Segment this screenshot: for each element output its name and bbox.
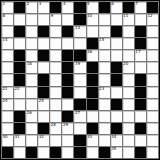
black-cell-r1c13 [147,2,158,13]
clue-number: 15 [99,38,104,42]
cell-r13c10[interactable]: 35 [111,147,122,158]
cell-r8c5[interactable] [50,87,61,98]
clue-number: 19 [75,62,80,66]
black-cell-r5c7 [74,50,85,61]
black-cell-r1c11 [123,2,134,13]
cell-r4c13[interactable] [147,38,158,49]
cell-r3c11[interactable] [123,26,134,37]
cell-r2c4[interactable] [38,14,49,25]
black-cell-r3c2 [14,26,25,37]
cell-r1c6[interactable]: 4 [62,2,73,13]
cell-r8c7[interactable] [74,87,85,98]
cell-r2c12[interactable] [135,14,146,25]
cell-r12c13[interactable] [147,135,158,146]
cell-r9c9[interactable] [99,99,110,110]
black-cell-r3c10 [111,26,122,37]
black-cell-r1c2 [14,2,25,13]
cell-r13c2[interactable] [14,147,25,158]
black-cell-r9c10 [111,99,122,110]
black-cell-r8c8 [87,87,98,98]
cell-r8c2[interactable]: 22 [14,87,25,98]
black-cell-r13c9 [99,147,110,158]
clue-number: 27 [75,111,80,115]
cell-r12c6[interactable] [62,135,73,146]
clue-number: 13 [75,26,80,30]
black-cell-r7c10 [111,74,122,85]
cell-r11c5[interactable]: 28 [50,123,61,134]
cell-r10c11[interactable] [123,111,134,122]
cell-r13c13[interactable] [147,147,158,158]
black-cell-r7c2 [14,74,25,85]
black-cell-r6c2 [14,62,25,73]
cell-r9c1[interactable]: 24 [2,99,13,110]
black-cell-r10c6 [62,111,73,122]
black-cell-r1c9 [99,2,110,13]
cell-r11c6[interactable]: 29 [62,123,73,134]
black-cell-r7c4 [38,74,49,85]
black-cell-r5c4 [38,50,49,61]
cell-r3c8[interactable] [87,26,98,37]
cell-r11c11[interactable] [123,123,134,134]
clue-number: 6 [111,2,114,6]
clue-number: 16 [87,50,92,54]
clue-number: 3 [39,2,42,6]
black-cell-r1c7 [74,2,85,13]
cell-r12c4[interactable]: 32 [38,135,49,146]
cell-r10c5[interactable] [50,111,61,122]
black-cell-r9c8 [87,99,98,110]
cell-r2c6[interactable] [62,14,73,25]
cell-r9c13[interactable] [147,99,158,110]
cell-r8c13[interactable] [147,87,158,98]
black-cell-r6c8 [87,62,98,73]
cell-r2c13[interactable]: 12 [147,14,158,25]
cell-r10c1[interactable] [2,111,13,122]
cell-r11c13[interactable] [147,123,158,134]
clue-number: 21 [3,87,8,91]
black-cell-r9c7 [74,99,85,110]
cell-r6c4[interactable] [38,62,49,73]
cell-r11c3[interactable] [26,123,37,134]
cell-r12c9[interactable] [99,135,110,146]
cell-r3c9[interactable] [99,26,110,37]
black-cell-r12c7 [74,135,85,146]
cell-r2c3[interactable] [26,14,37,25]
cell-r2c8[interactable]: 10 [87,14,98,25]
cell-r4c6[interactable] [62,38,73,49]
black-cell-r11c4 [38,123,49,134]
cell-r13c8[interactable] [87,147,98,158]
clue-number: 32 [39,135,44,139]
cell-r1c8[interactable]: 5 [87,2,98,13]
cell-r9c3[interactable] [26,99,37,110]
clue-number: 34 [111,135,116,139]
cell-r3c7[interactable]: 13 [74,26,85,37]
cell-r10c7[interactable]: 27 [74,111,85,122]
cell-r9c5[interactable] [50,99,61,110]
cell-r4c1[interactable]: 14 [2,38,13,49]
black-cell-r4c8 [87,38,98,49]
black-cell-r7c8 [87,74,98,85]
cell-r3c5[interactable] [50,26,61,37]
cell-r4c7[interactable] [74,38,85,49]
cell-r12c10[interactable]: 34 [111,135,122,146]
clue-number: 31 [15,135,20,139]
clue-number: 29 [63,123,68,127]
clue-number: 33 [87,135,92,139]
black-cell-r3c4 [38,26,49,37]
black-cell-r5c2 [14,50,25,61]
cell-r4c11[interactable] [123,38,134,49]
cell-r2c5[interactable]: 9 [50,14,61,25]
cell-r3c13[interactable] [147,26,158,37]
clue-number: 7 [135,2,138,6]
cell-r2c9[interactable] [99,14,110,25]
clue-number: 17 [135,50,140,54]
cell-r7c13[interactable] [147,74,158,85]
cell-r12c12[interactable] [135,135,146,146]
cell-r8c10[interactable] [111,87,122,98]
black-cell-r13c12 [135,147,146,158]
black-cell-r9c12 [135,99,146,110]
black-cell-r3c12 [135,26,146,37]
black-cell-r3c6 [62,26,73,37]
black-cell-r1c5 [50,2,61,13]
clue-number: 24 [3,99,8,103]
black-cell-r8c12 [135,87,146,98]
cell-r5c3[interactable] [26,50,37,61]
clue-number: 10 [87,14,92,18]
cell-r12c8[interactable]: 33 [87,135,98,146]
cell-r8c11[interactable] [123,87,134,98]
cell-r6c9[interactable] [99,62,110,73]
black-cell-r8c6 [62,87,73,98]
cell-r6c11[interactable]: 20 [123,62,134,73]
clue-number: 12 [147,14,152,18]
cell-r5c11[interactable] [123,50,134,61]
cell-r13c11[interactable] [123,147,134,158]
cell-r5c13[interactable] [147,50,158,61]
clue-number: 2 [27,2,30,6]
black-cell-r13c5 [50,147,61,158]
clue-number: 8 [3,14,6,18]
clue-number: 30 [3,135,8,139]
black-cell-r6c10 [111,62,122,73]
cell-r1c3[interactable]: 2 [26,2,37,13]
cell-r7c5[interactable] [50,74,61,85]
cell-r7c7[interactable] [74,74,85,85]
cell-r1c10[interactable]: 6 [111,2,122,13]
cell-r4c5[interactable] [50,38,61,49]
cell-r2c1[interactable]: 8 [2,14,13,25]
clue-number: 11 [123,14,128,18]
cell-r13c4[interactable] [38,147,49,158]
cell-r2c2[interactable] [14,14,25,25]
cell-r12c3[interactable] [26,135,37,146]
cell-r8c1[interactable]: 21 [2,87,13,98]
cell-r2c11[interactable]: 11 [123,14,134,25]
cell-r10c8[interactable] [87,111,98,122]
clue-number: 35 [111,147,116,151]
clue-number: 28 [51,123,56,127]
cell-r6c12[interactable] [135,62,146,73]
cell-r9c2[interactable] [14,99,25,110]
cell-r10c12[interactable] [135,111,146,122]
clue-number: 9 [51,14,54,18]
cell-r7c9[interactable] [99,74,110,85]
cell-r12c1[interactable]: 30 [2,135,13,146]
cell-r6c13[interactable] [147,62,158,73]
cell-r11c7[interactable] [74,123,85,134]
cell-r3c1[interactable] [2,26,13,37]
cell-r1c4[interactable]: 3 [38,2,49,13]
black-cell-r10c2 [14,111,25,122]
black-cell-r11c10 [111,123,122,134]
cell-r8c3[interactable] [26,87,37,98]
cell-r5c9[interactable] [99,50,110,61]
clue-number: 5 [87,2,90,6]
cell-r9c6[interactable] [62,99,73,110]
cell-r6c5[interactable] [50,62,61,73]
black-cell-r7c12 [135,74,146,85]
clue-number: 22 [15,87,20,91]
cell-r10c10[interactable] [111,111,122,122]
cell-r12c2[interactable]: 31 [14,135,25,146]
clue-number: 25 [39,99,44,103]
cell-r8c9[interactable]: 23 [99,87,110,98]
cell-r10c3[interactable]: 26 [26,111,37,122]
cell-r1c1[interactable]: 1 [2,2,13,13]
cell-r6c7[interactable]: 19 [74,62,85,73]
cell-r4c3[interactable] [26,38,37,49]
cell-r5c1[interactable] [2,50,13,61]
cell-r5c12[interactable]: 17 [135,50,146,61]
black-cell-r4c12 [135,38,146,49]
black-cell-r6c6 [62,62,73,73]
black-cell-r11c2 [14,123,25,134]
clue-number: 1 [3,2,6,6]
cell-r7c11[interactable] [123,74,134,85]
cell-r11c1[interactable] [2,123,13,134]
cell-r10c9[interactable] [99,111,110,122]
cell-r5c10[interactable] [111,50,122,61]
black-cell-r2c7 [74,14,85,25]
cell-r13c6[interactable] [62,147,73,158]
cell-r6c1[interactable] [2,62,13,73]
black-cell-r13c1 [2,147,13,158]
black-cell-r7c6 [62,74,73,85]
cell-r11c9[interactable] [99,123,110,134]
black-cell-r11c12 [135,123,146,134]
cell-r4c10[interactable] [111,38,122,49]
clue-number: 23 [99,87,104,91]
clue-number: 20 [123,62,128,66]
black-cell-r5c6 [62,50,73,61]
cell-r7c1[interactable] [2,74,13,85]
clue-number: 18 [27,62,32,66]
cell-r3c3[interactable] [26,26,37,37]
black-cell-r11c8 [87,123,98,134]
clue-number: 4 [63,2,66,6]
cell-r10c13[interactable] [147,111,158,122]
cell-r4c4[interactable] [38,38,49,49]
cell-r5c8[interactable]: 16 [87,50,98,61]
black-cell-r8c4 [38,87,49,98]
cell-r5c5[interactable] [50,50,61,61]
cell-r2c10[interactable] [111,14,122,25]
cell-r9c11[interactable] [123,99,134,110]
crossword-grid: 1234567891011121314151617181920212223242… [0,0,160,160]
clue-number: 14 [3,38,8,42]
cell-r1c12[interactable]: 7 [135,2,146,13]
cell-r6c3[interactable]: 18 [26,62,37,73]
cell-r7c3[interactable] [26,74,37,85]
cell-r4c9[interactable]: 15 [99,38,110,49]
cell-r10c4[interactable] [38,111,49,122]
clue-number: 26 [27,111,32,115]
cell-r12c5[interactable] [50,135,61,146]
cell-r9c4[interactable]: 25 [38,99,49,110]
black-cell-r13c3 [26,147,37,158]
cell-r4c2[interactable] [14,38,25,49]
black-cell-r13c7 [74,147,85,158]
cell-r12c11[interactable] [123,135,134,146]
